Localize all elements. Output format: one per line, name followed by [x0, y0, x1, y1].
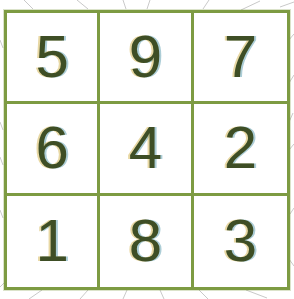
cell-r3c3[interactable]: 3	[194, 196, 287, 287]
number-grid: 5 9 7 6 4 2 1 8 3	[4, 10, 290, 290]
cell-r1c1[interactable]: 5	[7, 13, 100, 104]
cell-r1c2[interactable]: 9	[100, 13, 193, 104]
cell-r2c3[interactable]: 2	[194, 104, 287, 195]
cell-r2c2[interactable]: 4	[100, 104, 193, 195]
cell-r3c2[interactable]: 8	[100, 196, 193, 287]
cell-r3c1[interactable]: 1	[7, 196, 100, 287]
cell-r1c3[interactable]: 7	[194, 13, 287, 104]
cell-r2c1[interactable]: 6	[7, 104, 100, 195]
